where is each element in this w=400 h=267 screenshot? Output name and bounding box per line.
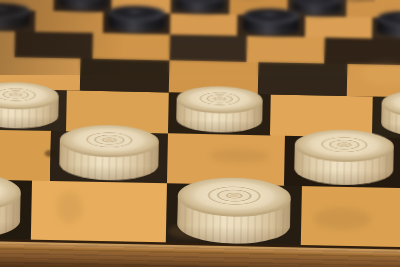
board-scene: ⛂⛂⛂⛂⛂⛂⛂⛂⛂⛂⛂⛂⛀⛀⛀⛀⛀⛀⛀ xyxy=(0,0,400,267)
pieces-layer: ⛂⛂⛂⛂⛂⛂⛂⛂⛂⛂⛂⛂⛀⛀⛀⛀⛀⛀⛀ xyxy=(3,0,400,4)
white-man-c1[interactable]: ⛀ xyxy=(0,172,21,240)
white-man-e3[interactable]: ⛀ xyxy=(176,86,263,134)
white-man-d2[interactable]: ⛀ xyxy=(59,124,159,181)
square-c5[interactable] xyxy=(15,30,94,58)
black-man-c7[interactable]: ⛂ xyxy=(58,0,108,11)
square-b5 xyxy=(0,29,16,57)
square-d1 xyxy=(31,180,168,245)
square-e6 xyxy=(170,12,238,35)
checkers-board-photo: ⛂⛂⛂⛂⛂⛂⛂⛂⛂⛂⛂⛂⛀⛀⛀⛀⛀⛀⛀ xyxy=(0,0,400,267)
black-man-e7[interactable]: ⛂ xyxy=(175,0,225,14)
square-g6 xyxy=(305,15,373,38)
black-man-d6[interactable]: ⛂ xyxy=(108,6,165,34)
black-man-h6[interactable]: ⛂ xyxy=(377,11,400,39)
square-f1 xyxy=(301,185,400,250)
square-d5 xyxy=(92,32,171,60)
black-man-b6[interactable]: ⛂ xyxy=(0,3,31,31)
white-man-f2[interactable]: ⛀ xyxy=(294,129,394,186)
square-e5[interactable] xyxy=(169,34,248,62)
square-g5[interactable] xyxy=(324,37,400,65)
white-man-c3[interactable]: ⛀ xyxy=(0,82,59,130)
black-man-f6[interactable]: ⛂ xyxy=(243,8,300,36)
square-d4[interactable] xyxy=(80,58,170,93)
board-world: ⛂⛂⛂⛂⛂⛂⛂⛂⛂⛂⛂⛂⛀⛀⛀⛀⛀⛀⛀ xyxy=(0,0,400,267)
white-man-e1[interactable]: ⛀ xyxy=(177,177,292,245)
square-f4[interactable] xyxy=(258,61,348,96)
square-f5 xyxy=(247,35,326,63)
